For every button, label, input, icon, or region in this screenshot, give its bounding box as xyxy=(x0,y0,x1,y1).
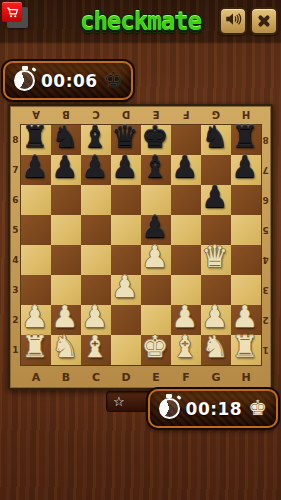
rank-label-1: 1 xyxy=(11,335,20,365)
square-f4[interactable] xyxy=(171,245,201,275)
chess-board: ABCDEFGH 87654321 87654321 ABCDEFGH ♜♞♝♛… xyxy=(8,104,273,390)
file-label-b: B xyxy=(51,371,81,384)
piece-g1-white-knight[interactable]: ♞ xyxy=(200,328,230,364)
rank-labels-right: 87654321 xyxy=(261,125,270,365)
rank-labels-left: 87654321 xyxy=(11,125,20,365)
rank-label-7: 7 xyxy=(11,155,20,185)
square-d5[interactable] xyxy=(111,215,141,245)
rank-label-8: 8 xyxy=(11,125,20,155)
rank-label-3: 3 xyxy=(261,275,270,305)
black-clock-time: 00:06 xyxy=(41,71,98,91)
piece-e4-white-pawn[interactable]: ♟ xyxy=(140,238,170,274)
piece-d3-white-pawn[interactable]: ♟ xyxy=(110,268,140,304)
rank-label-5: 5 xyxy=(261,215,270,245)
file-label-d: D xyxy=(111,371,141,384)
white-clock-panel: 00:18 ♚ xyxy=(148,389,278,428)
rank-label-2: 2 xyxy=(11,305,20,335)
rank-label-3: 3 xyxy=(11,275,20,305)
app-screen: checkmate 00:06 ♚ ABCDEFGH 87654321 8765… xyxy=(0,0,281,500)
piece-g8-black-knight[interactable]: ♞ xyxy=(200,118,230,154)
piece-a7-black-pawn[interactable]: ♟ xyxy=(20,148,50,184)
file-label-a: A xyxy=(21,371,51,384)
piece-e1-white-king[interactable]: ♚ xyxy=(140,328,170,364)
close-button[interactable] xyxy=(250,7,278,35)
rank-label-1: 1 xyxy=(261,335,270,365)
stopwatch-icon xyxy=(14,70,35,91)
rank-label-7: 7 xyxy=(261,155,270,185)
rank-label-4: 4 xyxy=(261,245,270,275)
black-king-icon: ♚ xyxy=(104,70,123,91)
square-b6[interactable] xyxy=(51,185,81,215)
square-d1[interactable] xyxy=(111,335,141,365)
piece-d7-black-pawn[interactable]: ♟ xyxy=(110,148,140,184)
file-label-f: F xyxy=(171,109,201,120)
piece-a1-white-rook[interactable]: ♜ xyxy=(20,328,50,364)
square-a6[interactable] xyxy=(21,185,51,215)
file-label-h: H xyxy=(231,371,261,384)
square-f6[interactable] xyxy=(171,185,201,215)
black-clock-panel: 00:06 ♚ xyxy=(3,61,133,100)
square-d6[interactable] xyxy=(111,185,141,215)
piece-e7-black-bishop[interactable]: ♝ xyxy=(140,148,170,184)
square-e3[interactable] xyxy=(141,275,171,305)
piece-h7-black-pawn[interactable]: ♟ xyxy=(230,148,260,184)
square-c4[interactable] xyxy=(81,245,111,275)
square-h5[interactable] xyxy=(231,215,261,245)
piece-f7-black-pawn[interactable]: ♟ xyxy=(170,148,200,184)
square-b5[interactable] xyxy=(51,215,81,245)
piece-c7-black-pawn[interactable]: ♟ xyxy=(80,148,110,184)
square-a4[interactable] xyxy=(21,245,51,275)
rank-label-4: 4 xyxy=(11,245,20,275)
file-labels-bottom: ABCDEFGH xyxy=(21,371,261,384)
file-label-e: E xyxy=(141,371,171,384)
file-label-f: F xyxy=(171,371,201,384)
square-h4[interactable] xyxy=(231,245,261,275)
stopwatch-icon xyxy=(159,398,180,419)
square-d2[interactable] xyxy=(111,305,141,335)
piece-h1-white-rook[interactable]: ♜ xyxy=(230,328,260,364)
speaker-icon xyxy=(224,10,242,32)
square-a5[interactable] xyxy=(21,215,51,245)
close-icon xyxy=(256,13,272,29)
square-f5[interactable] xyxy=(171,215,201,245)
rank-label-8: 8 xyxy=(261,125,270,155)
rank-label-5: 5 xyxy=(11,215,20,245)
file-label-g: G xyxy=(201,371,231,384)
piece-g6-black-pawn[interactable]: ♟ xyxy=(200,178,230,214)
piece-b1-white-knight[interactable]: ♞ xyxy=(50,328,80,364)
piece-c1-white-bishop[interactable]: ♝ xyxy=(80,328,110,364)
white-clock-time: 00:18 xyxy=(186,399,243,419)
star-icon: ☆ xyxy=(113,395,125,408)
square-h6[interactable] xyxy=(231,185,261,215)
file-label-c: C xyxy=(81,371,111,384)
sound-button[interactable] xyxy=(219,7,247,35)
piece-g4-white-queen[interactable]: ♛ xyxy=(200,238,230,274)
piece-b7-black-pawn[interactable]: ♟ xyxy=(50,148,80,184)
square-c5[interactable] xyxy=(81,215,111,245)
piece-f1-white-bishop[interactable]: ♝ xyxy=(170,328,200,364)
rank-label-2: 2 xyxy=(261,305,270,335)
rank-label-6: 6 xyxy=(261,185,270,215)
white-king-icon: ♚ xyxy=(248,398,267,419)
square-c6[interactable] xyxy=(81,185,111,215)
square-b4[interactable] xyxy=(51,245,81,275)
rank-label-6: 6 xyxy=(11,185,20,215)
